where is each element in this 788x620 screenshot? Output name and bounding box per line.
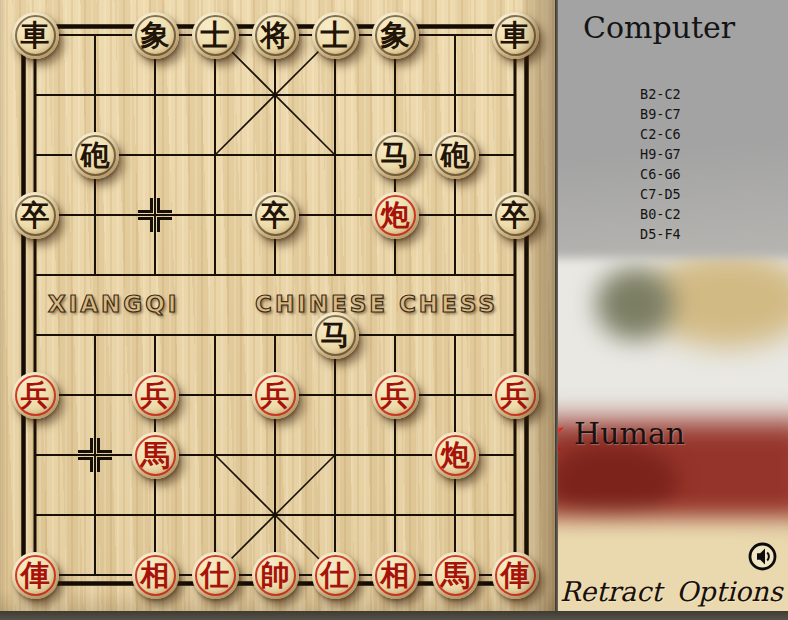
piece-red-horse[interactable]: 馬 (432, 552, 479, 599)
board-point-i0[interactable]: 俥 (485, 545, 545, 605)
board-point-b5[interactable] (65, 245, 125, 305)
piece-black-cannon[interactable]: 砲 (72, 132, 119, 179)
xiangqi-app: XIANGQI CHINESE CHESS 車象士将士象車砲马砲卒卒炮卒马兵兵兵… (0, 0, 788, 620)
piece-black-soldier[interactable]: 卒 (12, 192, 59, 239)
board-point-g9[interactable]: 象 (365, 5, 425, 65)
board-point-d8[interactable] (185, 65, 245, 125)
move-list: B2-C2B9-C7C2-C6H9-G7C6-G6C7-D5B0-C2D5-F4 (640, 84, 681, 244)
board-point-b2[interactable] (65, 425, 125, 485)
piece-black-chariot[interactable]: 車 (492, 12, 539, 59)
board-point-g3[interactable]: 兵 (365, 365, 425, 425)
board-point-h0[interactable]: 馬 (425, 545, 485, 605)
board-point-f6[interactable] (305, 185, 365, 245)
board-point-a1[interactable] (5, 485, 65, 545)
board-point-f7[interactable] (305, 125, 365, 185)
board-point-b4[interactable] (65, 305, 125, 365)
board-point-marker (78, 438, 112, 472)
board-point-c0[interactable]: 相 (125, 545, 185, 605)
board-point-a8[interactable] (5, 65, 65, 125)
board-point-e9[interactable]: 将 (245, 5, 305, 65)
board-point-a0[interactable]: 俥 (5, 545, 65, 605)
board-point-f0[interactable]: 仕 (305, 545, 365, 605)
move-entry: H9-G7 (640, 144, 681, 164)
piece-black-general[interactable]: 将 (252, 12, 299, 59)
board-point-a7[interactable] (5, 125, 65, 185)
board-point-f1[interactable] (305, 485, 365, 545)
move-entry: B0-C2 (640, 204, 681, 224)
move-entry: C7-D5 (640, 184, 681, 204)
sound-toggle-button[interactable] (747, 541, 778, 572)
board-point-i2[interactable] (485, 425, 545, 485)
piece-black-advisor[interactable]: 士 (312, 12, 359, 59)
piece-red-horse[interactable]: 馬 (132, 432, 179, 479)
board-point-g6[interactable]: 炮 (365, 185, 425, 245)
board-point-h7[interactable]: 砲 (425, 125, 485, 185)
piece-red-general[interactable]: 帥 (252, 552, 299, 599)
board-point-d4[interactable] (185, 305, 245, 365)
board-point-d3[interactable] (185, 365, 245, 425)
move-entry: B2-C2 (640, 84, 681, 104)
piece-red-soldier[interactable]: 兵 (12, 372, 59, 419)
move-entry: B9-C7 (640, 104, 681, 124)
speaker-icon (747, 541, 778, 572)
window-bottom-strip (0, 611, 788, 620)
board-point-e6[interactable]: 卒 (245, 185, 305, 245)
move-highlight-corners (309, 309, 361, 361)
board-point-g5[interactable] (365, 245, 425, 305)
piece-red-advisor[interactable]: 仕 (192, 552, 239, 599)
background-photo (646, 252, 788, 347)
piece-red-chariot[interactable]: 俥 (12, 552, 59, 599)
board-point-i5[interactable] (485, 245, 545, 305)
board-point-i3[interactable]: 兵 (485, 365, 545, 425)
board-point-e7[interactable] (245, 125, 305, 185)
piece-red-cannon[interactable]: 炮 (432, 432, 479, 479)
piece-red-advisor[interactable]: 仕 (312, 552, 359, 599)
board-point-e0[interactable]: 帥 (245, 545, 305, 605)
board-point-h1[interactable] (425, 485, 485, 545)
board-point-d2[interactable] (185, 425, 245, 485)
xiangqi-board: XIANGQI CHINESE CHESS 車象士将士象車砲马砲卒卒炮卒马兵兵兵… (0, 0, 556, 620)
turn-indicator-star-icon (558, 413, 570, 460)
board-point-h3[interactable] (425, 365, 485, 425)
move-entry: C2-C6 (640, 124, 681, 144)
board-point-i9[interactable]: 車 (485, 5, 545, 65)
piece-black-elephant[interactable]: 象 (132, 12, 179, 59)
board-point-d7[interactable] (185, 125, 245, 185)
side-panel: Computer B2-C2B9-C7C2-C6H9-G7C6-G6C7-D5B… (558, 0, 788, 620)
board-point-f5[interactable] (305, 245, 365, 305)
board-point-b1[interactable] (65, 485, 125, 545)
piece-black-cannon[interactable]: 砲 (432, 132, 479, 179)
piece-red-chariot[interactable]: 俥 (492, 552, 539, 599)
board-point-f2[interactable] (305, 425, 365, 485)
piece-red-elephant[interactable]: 相 (132, 552, 179, 599)
board-point-c5[interactable] (125, 245, 185, 305)
piece-red-soldier[interactable]: 兵 (252, 372, 299, 419)
board-point-e5[interactable] (245, 245, 305, 305)
board-point-h2[interactable]: 炮 (425, 425, 485, 485)
board-point-d0[interactable]: 仕 (185, 545, 245, 605)
board-point-g7[interactable]: 马 (365, 125, 425, 185)
board-point-a4[interactable] (5, 305, 65, 365)
piece-black-horse[interactable]: 马 (372, 132, 419, 179)
board-point-a2[interactable] (5, 425, 65, 485)
board-point-i7[interactable] (485, 125, 545, 185)
board-point-d5[interactable] (185, 245, 245, 305)
board-point-marker (138, 198, 172, 232)
piece-black-elephant[interactable]: 象 (372, 12, 419, 59)
board-point-c3[interactable]: 兵 (125, 365, 185, 425)
board-point-h6[interactable] (425, 185, 485, 245)
board-point-d1[interactable] (185, 485, 245, 545)
board-point-c6[interactable] (125, 185, 185, 245)
board-point-a5[interactable] (5, 245, 65, 305)
board-point-f4[interactable]: 马 (305, 305, 365, 365)
options-button[interactable]: Options (676, 576, 782, 607)
board-point-h8[interactable] (425, 65, 485, 125)
piece-black-chariot[interactable]: 車 (12, 12, 59, 59)
board-point-f8[interactable] (305, 65, 365, 125)
piece-black-soldier[interactable]: 卒 (492, 192, 539, 239)
board-point-b6[interactable] (65, 185, 125, 245)
board-point-f9[interactable]: 士 (305, 5, 365, 65)
piece-red-soldier[interactable]: 兵 (132, 372, 179, 419)
piece-black-soldier[interactable]: 卒 (252, 192, 299, 239)
board-point-a9[interactable]: 車 (5, 5, 65, 65)
board-point-c9[interactable]: 象 (125, 5, 185, 65)
piece-red-cannon[interactable]: 炮 (372, 192, 419, 239)
retract-button[interactable]: Retract (560, 576, 662, 607)
move-entry: D5-F4 (640, 224, 681, 244)
board-point-c8[interactable] (125, 65, 185, 125)
board-point-c1[interactable] (125, 485, 185, 545)
computer-player-label: Computer (583, 10, 735, 45)
board-point-a3[interactable]: 兵 (5, 365, 65, 425)
board-point-d9[interactable]: 士 (185, 5, 245, 65)
board-point-c7[interactable] (125, 125, 185, 185)
piece-red-elephant[interactable]: 相 (372, 552, 419, 599)
human-player-label: Human (574, 416, 685, 451)
background-photo (596, 268, 674, 340)
board-point-b8[interactable] (65, 65, 125, 125)
board-grid: 車象士将士象車砲马砲卒卒炮卒马兵兵兵兵兵馬炮俥相仕帥仕相馬俥 (5, 5, 545, 605)
board-point-d6[interactable] (185, 185, 245, 245)
board-point-b7[interactable]: 砲 (65, 125, 125, 185)
panel-divider (555, 0, 558, 620)
board-point-h4[interactable] (425, 305, 485, 365)
board-point-i6[interactable]: 卒 (485, 185, 545, 245)
board-point-c4[interactable] (125, 305, 185, 365)
board-point-h9[interactable] (425, 5, 485, 65)
board-point-g8[interactable] (365, 65, 425, 125)
board-point-i4[interactable] (485, 305, 545, 365)
board-point-c2[interactable]: 馬 (125, 425, 185, 485)
board-point-e8[interactable] (245, 65, 305, 125)
board-point-h5[interactable] (425, 245, 485, 305)
board-point-b9[interactable] (65, 5, 125, 65)
board-point-g4[interactable] (365, 305, 425, 365)
board-point-b3[interactable] (65, 365, 125, 425)
move-highlight-corners (189, 249, 241, 301)
piece-red-soldier[interactable]: 兵 (372, 372, 419, 419)
move-entry: C6-G6 (640, 164, 681, 184)
piece-black-advisor[interactable]: 士 (192, 12, 239, 59)
board-point-e4[interactable] (245, 305, 305, 365)
board-point-e3[interactable]: 兵 (245, 365, 305, 425)
board-point-i8[interactable] (485, 65, 545, 125)
board-point-g0[interactable]: 相 (365, 545, 425, 605)
board-point-a6[interactable]: 卒 (5, 185, 65, 245)
board-point-i1[interactable] (485, 485, 545, 545)
background-photo (558, 445, 678, 517)
board-point-g2[interactable] (365, 425, 425, 485)
board-point-e1[interactable] (245, 485, 305, 545)
board-point-f3[interactable] (305, 365, 365, 425)
board-point-e2[interactable] (245, 425, 305, 485)
piece-red-soldier[interactable]: 兵 (492, 372, 539, 419)
control-bar: Retract Options (558, 576, 788, 607)
board-point-g1[interactable] (365, 485, 425, 545)
board-point-b0[interactable] (65, 545, 125, 605)
